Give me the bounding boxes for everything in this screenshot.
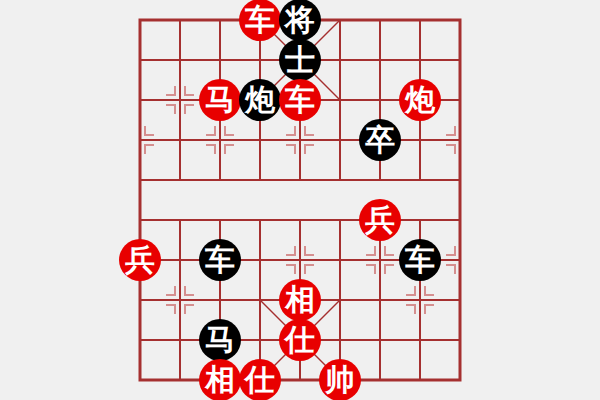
piece-black-chariot[interactable]: 车 (399, 239, 441, 281)
piece-red-chariot[interactable]: 车 (239, 0, 281, 41)
piece-red-cannon[interactable]: 炮 (399, 79, 441, 121)
piece-red-soldier[interactable]: 兵 (119, 239, 161, 281)
piece-black-general[interactable]: 将 (279, 0, 321, 41)
piece-red-advisor[interactable]: 仕 (239, 359, 281, 400)
piece-red-elephant[interactable]: 相 (279, 279, 321, 321)
piece-black-soldier[interactable]: 卒 (359, 119, 401, 161)
piece-black-cannon[interactable]: 炮 (239, 79, 281, 121)
piece-red-general[interactable]: 帅 (319, 359, 361, 400)
piece-red-elephant[interactable]: 相 (199, 359, 241, 400)
xiangqi-board-screenshot: 车将士马炮车炮卒兵兵车车相马仕相仕帅 (0, 0, 600, 400)
board-grid[interactable]: 车将士马炮车炮卒兵兵车车相马仕相仕帅 (120, 0, 480, 400)
piece-black-horse[interactable]: 马 (199, 319, 241, 361)
piece-black-chariot[interactable]: 车 (199, 239, 241, 281)
piece-red-advisor[interactable]: 仕 (279, 319, 321, 361)
piece-red-horse[interactable]: 马 (199, 79, 241, 121)
piece-red-chariot[interactable]: 车 (279, 79, 321, 121)
piece-red-soldier[interactable]: 兵 (359, 199, 401, 241)
piece-black-advisor[interactable]: 士 (279, 39, 321, 81)
